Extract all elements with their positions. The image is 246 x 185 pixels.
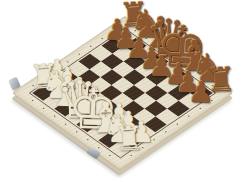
border-coordinate-mark (211, 85, 214, 87)
border-coordinate-mark (108, 155, 111, 157)
border-coordinate-mark (167, 53, 170, 55)
border-coordinate-mark (189, 69, 192, 71)
border-coordinate-mark (187, 115, 190, 117)
border-coordinate-mark (75, 131, 78, 133)
border-coordinate-mark (145, 37, 148, 39)
border-coordinate-mark (176, 123, 179, 125)
border-coordinate-mark (178, 61, 181, 63)
border-coordinate-mark (42, 107, 45, 109)
border-coordinate-mark (32, 85, 35, 87)
border-coordinate-mark (31, 100, 34, 102)
border-coordinate-mark (153, 139, 156, 141)
border-coordinate-mark (156, 45, 159, 47)
board-squares-grid (32, 30, 212, 156)
border-coordinate-mark (86, 139, 89, 141)
border-coordinate-mark (211, 100, 214, 102)
border-coordinate-mark (199, 107, 202, 109)
border-coordinate-mark (130, 155, 133, 157)
border-coordinate-mark (64, 123, 67, 125)
border-coordinate-mark (55, 69, 58, 71)
border-coordinate-mark (89, 45, 92, 47)
border-coordinate-mark (112, 30, 115, 32)
border-coordinate-mark (53, 115, 56, 117)
border-coordinate-mark (66, 61, 69, 63)
border-coordinate-mark (43, 77, 46, 79)
chess-board (12, 16, 233, 170)
border-coordinate-mark (164, 131, 167, 133)
border-coordinate-mark (200, 77, 203, 79)
chess-set-photo: ♜♞♝♛♚♝♞♜♟♟♟♟♟♟♟♟♟♟♟♟♟♟♟♟♜♞♝♛♚♝♞♜ (0, 0, 246, 185)
border-coordinate-mark (97, 147, 100, 149)
border-coordinate-mark (101, 37, 104, 39)
border-coordinate-mark (134, 30, 137, 32)
border-coordinate-mark (141, 147, 144, 149)
border-coordinate-mark (78, 53, 81, 55)
